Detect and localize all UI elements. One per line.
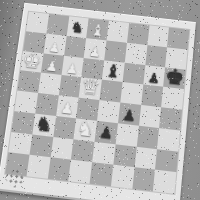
square-g4[interactable] (139, 105, 162, 128)
square-h2[interactable] (155, 149, 178, 173)
square-h4[interactable] (159, 107, 182, 130)
black-knight[interactable]: ♞ (70, 21, 85, 37)
photo-background: ♞♝♟♟♚♟♟♝♟♚♛♟♟♞♞♟ (0, 0, 200, 200)
square-a3[interactable] (11, 111, 35, 134)
square-g1[interactable] (132, 167, 155, 191)
square-f4[interactable]: ♟ (118, 102, 141, 125)
square-e1[interactable] (90, 162, 114, 186)
square-c8[interactable]: ♞ (66, 16, 89, 38)
square-b5[interactable] (38, 73, 61, 96)
square-h3[interactable] (157, 128, 180, 151)
square-c4[interactable]: ♟ (56, 95, 79, 118)
square-e6[interactable]: ♝ (102, 60, 125, 82)
square-g3[interactable] (136, 125, 159, 148)
white-king[interactable]: ♚ (21, 49, 43, 72)
square-f1[interactable] (111, 165, 134, 189)
square-d1[interactable] (68, 160, 92, 184)
square-c6[interactable]: ♟ (61, 55, 84, 77)
white-pawn[interactable]: ♟ (48, 40, 61, 54)
square-d3[interactable]: ♞ (74, 118, 97, 141)
square-d2[interactable] (71, 139, 94, 163)
square-b3[interactable]: ♞ (32, 113, 56, 136)
white-queen[interactable]: ♛ (80, 76, 102, 99)
square-c5[interactable] (58, 75, 81, 98)
square-g2[interactable] (134, 146, 157, 170)
chess-board[interactable]: ♞♝♟♟♚♟♟♝♟♚♛♟♟♞♞♟ (5, 12, 189, 194)
black-king[interactable]: ♚ (164, 65, 185, 88)
black-bishop[interactable]: ♝ (104, 62, 122, 81)
square-d8[interactable]: ♝ (86, 18, 108, 40)
black-pawn[interactable]: ♟ (147, 71, 160, 86)
square-b2[interactable] (29, 134, 53, 157)
square-e7[interactable] (104, 40, 127, 62)
square-c7[interactable] (64, 36, 87, 58)
square-a4[interactable] (14, 91, 37, 114)
square-d5[interactable]: ♛ (79, 77, 102, 100)
square-g6[interactable]: ♟ (143, 65, 165, 87)
square-h8[interactable] (167, 28, 189, 50)
square-h5[interactable] (161, 87, 184, 110)
black-knight[interactable]: ♞ (34, 114, 54, 135)
square-a6[interactable]: ♚ (20, 51, 43, 73)
square-d7[interactable]: ♟ (84, 38, 107, 60)
square-f3[interactable] (115, 123, 138, 146)
square-b1[interactable] (26, 155, 50, 179)
square-e4[interactable] (97, 100, 120, 123)
square-e3[interactable]: ♟ (95, 121, 118, 144)
white-knight[interactable]: ♞ (76, 119, 96, 140)
white-pawn[interactable]: ♟ (88, 45, 101, 59)
square-f7[interactable] (125, 43, 147, 65)
square-a2[interactable] (8, 132, 32, 155)
square-a5[interactable] (17, 70, 40, 92)
square-g8[interactable] (147, 25, 169, 47)
square-h6[interactable]: ♚ (163, 67, 185, 89)
square-b6[interactable]: ♟ (41, 53, 64, 75)
square-f2[interactable] (113, 144, 136, 168)
square-c1[interactable] (47, 157, 71, 181)
black-pawn[interactable]: ♟ (122, 108, 137, 124)
white-pawn[interactable]: ♟ (59, 100, 74, 116)
square-f8[interactable] (127, 23, 149, 45)
white-pawn[interactable]: ♟ (45, 59, 59, 73)
square-c2[interactable] (50, 136, 74, 159)
square-c3[interactable] (53, 116, 76, 139)
square-e5[interactable] (99, 80, 122, 103)
square-e2[interactable] (92, 141, 115, 165)
square-a8[interactable] (26, 12, 49, 34)
square-f6[interactable] (122, 62, 145, 84)
black-pawn[interactable]: ♟ (98, 125, 114, 142)
square-h1[interactable] (153, 170, 176, 194)
chess-board-frame: ♞♝♟♟♚♟♟♝♟♚♛♟♟♞♞♟ (0, 3, 196, 200)
square-b8[interactable] (46, 14, 69, 36)
square-g7[interactable] (145, 45, 167, 67)
white-pawn[interactable]: ♟ (65, 62, 79, 76)
square-b7[interactable]: ♟ (43, 33, 66, 55)
square-g5[interactable] (141, 85, 164, 108)
square-f5[interactable] (120, 82, 143, 105)
square-e8[interactable] (107, 21, 129, 43)
white-bishop[interactable]: ♝ (90, 22, 106, 39)
